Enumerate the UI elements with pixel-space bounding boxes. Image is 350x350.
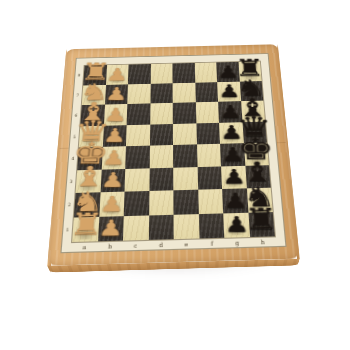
square-h3[interactable] — [245, 165, 271, 189]
file-label-f: f — [199, 239, 225, 248]
square-e4[interactable] — [173, 144, 197, 167]
square-f2[interactable] — [198, 189, 223, 214]
pieces-layer: ♜♟♟♜♞♟♟♞♝♟♟♝♛♟♟♛♚♟♟♚♝♟♟♝♞♟♟♞♜♟♟♜ — [72, 61, 275, 242]
file-labels: abcdefgh — [71, 237, 275, 251]
black-knight[interactable]: ♞ — [243, 183, 276, 210]
board-top: 87654321 abcdefgh ♜♟♟♜♞♟♟♞♝♟♟♝♛♟♟♛♚♟♟♚♝♟… — [47, 44, 299, 266]
file-label-e: e — [174, 240, 200, 249]
black-bishop[interactable]: ♝ — [241, 159, 275, 187]
square-g1[interactable] — [223, 212, 249, 238]
file-label-b: b — [97, 242, 123, 251]
rank-label-1: 1 — [62, 217, 72, 242]
black-rook[interactable]: ♜ — [244, 205, 280, 235]
black-pawn[interactable]: ♟ — [223, 190, 248, 211]
square-f4[interactable] — [196, 144, 220, 167]
square-e3[interactable] — [173, 167, 198, 191]
square-d1[interactable] — [148, 214, 173, 240]
white-pawn[interactable]: ♟ — [100, 170, 125, 190]
square-g3[interactable] — [221, 165, 246, 189]
black-pawn[interactable]: ♟ — [222, 167, 246, 187]
square-f3[interactable] — [197, 166, 222, 190]
square-c1[interactable] — [123, 215, 149, 241]
file-label-h: h — [250, 237, 276, 246]
file-label-c: c — [123, 241, 149, 250]
scene: 87654321 abcdefgh ♜♟♟♜♞♟♟♞♝♟♟♝♛♟♟♛♚♟♟♚♝♟… — [58, 30, 288, 260]
square-d3[interactable] — [149, 167, 173, 191]
square-c4[interactable] — [125, 146, 149, 169]
rank-label-2: 2 — [64, 193, 74, 217]
square-h2[interactable] — [246, 188, 272, 213]
white-bishop[interactable]: ♝ — [71, 163, 107, 191]
square-b2[interactable] — [99, 192, 125, 217]
chess-board: 87654321 abcdefgh ♜♟♟♜♞♟♟♞♝♟♟♝♛♟♟♛♚♟♟♚♝♟… — [47, 44, 299, 266]
square-c3[interactable] — [125, 168, 150, 192]
file-label-a: a — [71, 242, 97, 251]
square-e1[interactable] — [173, 214, 199, 240]
square-h1[interactable] — [248, 212, 275, 237]
square-c2[interactable] — [124, 191, 149, 216]
square-f1[interactable] — [198, 213, 224, 239]
white-pawn[interactable]: ♟ — [99, 193, 125, 214]
square-a2[interactable] — [74, 192, 100, 217]
square-g2[interactable] — [222, 188, 248, 213]
file-label-g: g — [224, 238, 250, 247]
product-photo: 87654321 abcdefgh ♜♟♟♜♞♟♟♞♝♟♟♝♛♟♟♛♚♟♟♚♝♟… — [0, 0, 350, 350]
rank-label-3: 3 — [66, 170, 76, 193]
square-a1[interactable] — [72, 216, 99, 242]
white-pawn[interactable]: ♟ — [98, 217, 124, 239]
square-d4[interactable] — [149, 145, 173, 168]
white-rook[interactable]: ♜ — [68, 210, 105, 240]
black-pawn[interactable]: ♟ — [224, 214, 249, 236]
square-e2[interactable] — [173, 190, 198, 215]
square-b1[interactable] — [98, 216, 124, 242]
square-d2[interactable] — [149, 190, 174, 215]
white-knight[interactable]: ♞ — [70, 188, 104, 215]
square-b3[interactable] — [100, 169, 125, 193]
square-a3[interactable] — [76, 169, 102, 193]
file-label-d: d — [148, 240, 174, 249]
